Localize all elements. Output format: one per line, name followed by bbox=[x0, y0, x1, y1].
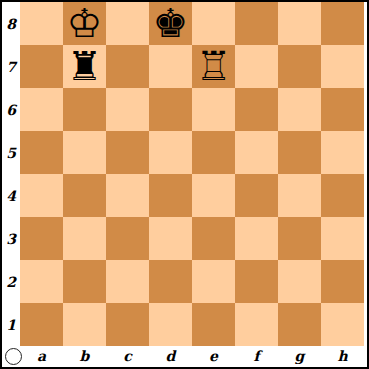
square-a1[interactable] bbox=[20, 303, 63, 346]
square-e5[interactable] bbox=[192, 131, 235, 174]
chess-diagram: 87654321 ♔♚♜♖ abcdefgh bbox=[0, 0, 369, 369]
square-e7[interactable]: ♖ bbox=[192, 45, 235, 88]
square-c4[interactable] bbox=[106, 174, 149, 217]
square-g5[interactable] bbox=[278, 131, 321, 174]
square-a8[interactable] bbox=[20, 2, 63, 45]
square-b3[interactable] bbox=[63, 217, 106, 260]
rank-label-2: 2 bbox=[2, 260, 20, 303]
square-d3[interactable] bbox=[149, 217, 192, 260]
file-label-a: a bbox=[20, 346, 63, 367]
file-label-b: b bbox=[63, 346, 106, 367]
file-label-g: g bbox=[278, 346, 321, 367]
square-c3[interactable] bbox=[106, 217, 149, 260]
square-h7[interactable] bbox=[321, 45, 364, 88]
square-h8[interactable] bbox=[321, 2, 364, 45]
square-e6[interactable] bbox=[192, 88, 235, 131]
square-f7[interactable] bbox=[235, 45, 278, 88]
square-h6[interactable] bbox=[321, 88, 364, 131]
square-h2[interactable] bbox=[321, 260, 364, 303]
square-g8[interactable] bbox=[278, 2, 321, 45]
file-label-e: e bbox=[192, 346, 235, 367]
square-c1[interactable] bbox=[106, 303, 149, 346]
square-a7[interactable] bbox=[20, 45, 63, 88]
square-a4[interactable] bbox=[20, 174, 63, 217]
square-f6[interactable] bbox=[235, 88, 278, 131]
square-d1[interactable] bbox=[149, 303, 192, 346]
file-label-d: d bbox=[149, 346, 192, 367]
square-b6[interactable] bbox=[63, 88, 106, 131]
piece-white-rook-e7[interactable]: ♖ bbox=[196, 45, 232, 88]
piece-white-king-b8[interactable]: ♔ bbox=[67, 2, 103, 45]
piece-black-king-d8[interactable]: ♚ bbox=[153, 2, 189, 45]
file-labels: abcdefgh bbox=[20, 346, 364, 367]
square-e3[interactable] bbox=[192, 217, 235, 260]
square-b4[interactable] bbox=[63, 174, 106, 217]
rank-label-3: 3 bbox=[2, 217, 20, 260]
square-g1[interactable] bbox=[278, 303, 321, 346]
square-e4[interactable] bbox=[192, 174, 235, 217]
square-c6[interactable] bbox=[106, 88, 149, 131]
square-f3[interactable] bbox=[235, 217, 278, 260]
square-b1[interactable] bbox=[63, 303, 106, 346]
square-h4[interactable] bbox=[321, 174, 364, 217]
white-to-move-circle-icon bbox=[5, 348, 22, 365]
square-a2[interactable] bbox=[20, 260, 63, 303]
square-f1[interactable] bbox=[235, 303, 278, 346]
rank-label-4: 4 bbox=[2, 174, 20, 217]
file-label-c: c bbox=[106, 346, 149, 367]
square-h1[interactable] bbox=[321, 303, 364, 346]
square-d5[interactable] bbox=[149, 131, 192, 174]
square-f2[interactable] bbox=[235, 260, 278, 303]
square-e1[interactable] bbox=[192, 303, 235, 346]
square-d7[interactable] bbox=[149, 45, 192, 88]
square-d8[interactable]: ♚ bbox=[149, 2, 192, 45]
rank-label-6: 6 bbox=[2, 88, 20, 131]
square-c7[interactable] bbox=[106, 45, 149, 88]
rank-label-8: 8 bbox=[2, 2, 20, 45]
square-d2[interactable] bbox=[149, 260, 192, 303]
square-a3[interactable] bbox=[20, 217, 63, 260]
square-b7[interactable]: ♜ bbox=[63, 45, 106, 88]
board: ♔♚♜♖ bbox=[20, 2, 364, 346]
square-g4[interactable] bbox=[278, 174, 321, 217]
square-f8[interactable] bbox=[235, 2, 278, 45]
rank-label-5: 5 bbox=[2, 131, 20, 174]
square-h3[interactable] bbox=[321, 217, 364, 260]
square-b8[interactable]: ♔ bbox=[63, 2, 106, 45]
square-c8[interactable] bbox=[106, 2, 149, 45]
file-label-f: f bbox=[235, 346, 278, 367]
square-a6[interactable] bbox=[20, 88, 63, 131]
square-g7[interactable] bbox=[278, 45, 321, 88]
square-g6[interactable] bbox=[278, 88, 321, 131]
square-b2[interactable] bbox=[63, 260, 106, 303]
square-h5[interactable] bbox=[321, 131, 364, 174]
file-label-h: h bbox=[321, 346, 364, 367]
rank-label-7: 7 bbox=[2, 45, 20, 88]
square-g2[interactable] bbox=[278, 260, 321, 303]
piece-black-rook-b7[interactable]: ♜ bbox=[67, 45, 103, 88]
square-c2[interactable] bbox=[106, 260, 149, 303]
square-a5[interactable] bbox=[20, 131, 63, 174]
square-g3[interactable] bbox=[278, 217, 321, 260]
square-f5[interactable] bbox=[235, 131, 278, 174]
square-f4[interactable] bbox=[235, 174, 278, 217]
rank-label-1: 1 bbox=[2, 303, 20, 346]
square-c5[interactable] bbox=[106, 131, 149, 174]
square-b5[interactable] bbox=[63, 131, 106, 174]
square-d6[interactable] bbox=[149, 88, 192, 131]
rank-labels: 87654321 bbox=[2, 2, 20, 346]
square-e8[interactable] bbox=[192, 2, 235, 45]
square-e2[interactable] bbox=[192, 260, 235, 303]
square-d4[interactable] bbox=[149, 174, 192, 217]
